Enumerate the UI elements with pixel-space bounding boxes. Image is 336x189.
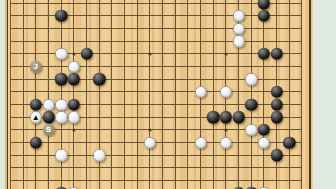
grid-line-horizontal bbox=[10, 91, 301, 92]
black-stone bbox=[232, 187, 244, 189]
black-stone bbox=[270, 111, 282, 123]
black-stone bbox=[245, 187, 257, 189]
white-stone bbox=[220, 86, 232, 98]
white-stone bbox=[68, 60, 80, 72]
grid-line-horizontal bbox=[10, 180, 301, 181]
white-stone bbox=[55, 48, 67, 60]
black-stone bbox=[93, 73, 105, 85]
grid-line-horizontal bbox=[10, 155, 301, 156]
black-stone bbox=[68, 98, 80, 110]
black-stone bbox=[270, 98, 282, 110]
black-stone bbox=[55, 10, 67, 22]
white-stone-triangle-marked: ▲ bbox=[30, 111, 42, 123]
star-point bbox=[72, 128, 75, 131]
grid-line-vertical bbox=[301, 0, 302, 189]
white-stone bbox=[258, 187, 270, 189]
star-point bbox=[224, 128, 227, 131]
board-left-edge bbox=[7, 0, 9, 189]
black-stone bbox=[245, 98, 257, 110]
white-stone bbox=[68, 111, 80, 123]
white-stone bbox=[220, 136, 232, 148]
black-stone bbox=[258, 48, 270, 60]
label-stone-J: J bbox=[30, 60, 42, 72]
go-board[interactable]: J▲S bbox=[5, 0, 313, 189]
black-stone bbox=[55, 187, 67, 189]
white-stone bbox=[245, 73, 257, 85]
star-point bbox=[148, 52, 151, 55]
white-stone bbox=[42, 98, 54, 110]
stone-letter-label: J bbox=[30, 60, 42, 72]
white-stone bbox=[232, 35, 244, 47]
black-stone bbox=[207, 111, 219, 123]
stone-letter-label: S bbox=[42, 124, 54, 136]
triangle-marker-icon: ▲ bbox=[31, 112, 41, 122]
go-app-screenshot: J▲S bbox=[0, 0, 336, 189]
right-background-strip bbox=[313, 0, 336, 189]
black-stone bbox=[68, 73, 80, 85]
grid-line-horizontal bbox=[10, 66, 301, 67]
white-stone bbox=[232, 10, 244, 22]
star-point bbox=[148, 128, 151, 131]
grid-line-horizontal bbox=[10, 41, 301, 42]
black-stone bbox=[258, 10, 270, 22]
black-stone bbox=[30, 98, 42, 110]
grid-line-horizontal bbox=[10, 28, 301, 29]
black-stone bbox=[270, 48, 282, 60]
black-stone bbox=[80, 48, 92, 60]
label-stone-S: S bbox=[42, 124, 54, 136]
black-stone bbox=[258, 124, 270, 136]
white-stone bbox=[68, 187, 80, 189]
grid-line-horizontal bbox=[10, 167, 301, 168]
white-stone bbox=[144, 136, 156, 148]
white-stone bbox=[245, 124, 257, 136]
black-stone bbox=[232, 111, 244, 123]
white-stone bbox=[55, 98, 67, 110]
white-stone bbox=[232, 22, 244, 34]
black-stone bbox=[42, 111, 54, 123]
white-stone bbox=[55, 111, 67, 123]
white-stone bbox=[93, 149, 105, 161]
black-stone bbox=[30, 136, 42, 148]
star-point bbox=[72, 52, 75, 55]
white-stone bbox=[258, 136, 270, 148]
black-stone bbox=[270, 149, 282, 161]
black-stone bbox=[258, 0, 270, 9]
white-stone bbox=[194, 86, 206, 98]
white-stone bbox=[55, 149, 67, 161]
black-stone bbox=[55, 73, 67, 85]
board-right-edge bbox=[309, 0, 311, 189]
black-stone bbox=[270, 86, 282, 98]
black-stone bbox=[283, 136, 295, 148]
grid-line-horizontal bbox=[10, 79, 301, 80]
star-point bbox=[224, 52, 227, 55]
white-stone bbox=[194, 136, 206, 148]
black-stone bbox=[220, 111, 232, 123]
